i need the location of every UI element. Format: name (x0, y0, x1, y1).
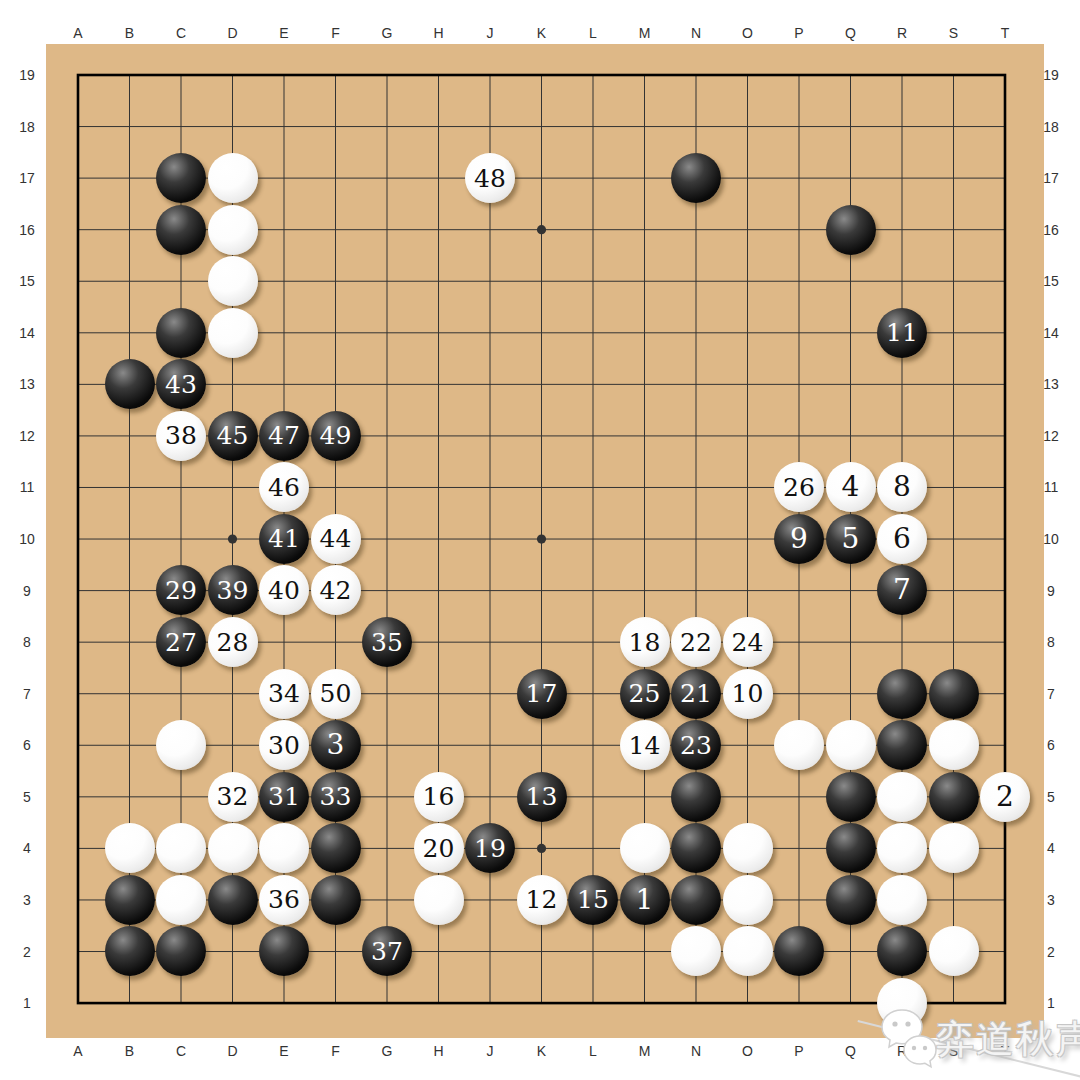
coord-label-right-10: 10 (1034, 531, 1068, 547)
move-number: 21 (680, 681, 712, 706)
stone-white-Q6 (826, 720, 876, 770)
move-number: 43 (165, 372, 197, 397)
stone-black-P2 (774, 926, 824, 976)
stone-white-E3-move-36: 36 (259, 875, 309, 925)
coord-label-left-9: 9 (10, 583, 44, 599)
coord-label-left-11: 11 (10, 479, 44, 495)
coord-label-top-M: M (619, 25, 671, 41)
move-number: 35 (371, 630, 403, 655)
stone-black-D9-move-39: 39 (208, 565, 258, 615)
coord-label-bottom-O: O (722, 1043, 774, 1059)
coord-label-bottom-G: G (361, 1043, 413, 1059)
move-number: 5 (842, 525, 860, 553)
coord-label-right-13: 13 (1034, 376, 1068, 392)
coord-label-left-3: 3 (10, 892, 44, 908)
stone-black-B2 (105, 926, 155, 976)
stone-white-O8-move-24: 24 (723, 617, 773, 667)
move-number: 41 (268, 526, 300, 551)
stone-black-R14-move-11: 11 (877, 308, 927, 358)
stone-black-N6-move-23: 23 (671, 720, 721, 770)
coord-label-left-12: 12 (10, 428, 44, 444)
move-number: 18 (629, 630, 661, 655)
stone-black-R9-move-7: 7 (877, 565, 927, 615)
coord-label-top-T: T (979, 25, 1031, 41)
coord-label-right-17: 17 (1034, 170, 1068, 186)
move-number: 10 (732, 681, 764, 706)
move-number: 17 (526, 681, 558, 706)
stone-white-C3 (156, 875, 206, 925)
stone-white-D14 (208, 308, 258, 358)
coord-label-right-12: 12 (1034, 428, 1068, 444)
move-number: 30 (268, 733, 300, 758)
stone-black-Q3 (826, 875, 876, 925)
stone-black-N17 (671, 153, 721, 203)
stone-black-F6-move-3: 3 (311, 720, 361, 770)
stone-black-B13 (105, 359, 155, 409)
coord-label-bottom-K: K (516, 1043, 568, 1059)
coord-label-right-19: 19 (1034, 67, 1068, 83)
move-number: 33 (320, 784, 352, 809)
coord-label-bottom-P: P (773, 1043, 825, 1059)
move-number: 11 (886, 320, 918, 345)
coord-label-right-11: 11 (1034, 479, 1068, 495)
coord-label-top-A: A (52, 25, 104, 41)
move-number: 24 (732, 630, 764, 655)
stone-white-E6-move-30: 30 (259, 720, 309, 770)
move-number: 12 (526, 887, 558, 912)
coord-label-top-K: K (516, 25, 568, 41)
move-number: 38 (165, 423, 197, 448)
stone-white-E4 (259, 823, 309, 873)
coord-label-bottom-N: N (670, 1043, 722, 1059)
stone-white-M4 (620, 823, 670, 873)
move-number: 2 (996, 783, 1014, 811)
stone-black-E12-move-47: 47 (259, 411, 309, 461)
coord-label-right-14: 14 (1034, 325, 1068, 341)
coord-label-bottom-J: J (464, 1043, 516, 1059)
stone-black-D12-move-45: 45 (208, 411, 258, 461)
stone-white-D16 (208, 205, 258, 255)
stone-white-E9-move-40: 40 (259, 565, 309, 615)
move-number: 31 (268, 784, 300, 809)
coord-label-left-14: 14 (10, 325, 44, 341)
stone-white-C4 (156, 823, 206, 873)
stone-black-F5-move-33: 33 (311, 772, 361, 822)
coord-label-right-7: 7 (1034, 686, 1068, 702)
move-number: 20 (423, 836, 455, 861)
stone-black-N4 (671, 823, 721, 873)
coord-label-top-S: S (928, 25, 980, 41)
coord-label-right-2: 2 (1034, 944, 1068, 960)
stone-white-R3 (877, 875, 927, 925)
move-number: 19 (474, 836, 506, 861)
coord-label-bottom-H: H (413, 1043, 465, 1059)
move-number: 13 (526, 784, 558, 809)
move-number: 22 (680, 630, 712, 655)
move-number: 45 (217, 423, 249, 448)
stone-black-K5-move-13: 13 (517, 772, 567, 822)
stone-white-F9-move-42: 42 (311, 565, 361, 615)
coord-label-right-16: 16 (1034, 222, 1068, 238)
stone-white-S6 (929, 720, 979, 770)
coord-label-top-J: J (464, 25, 516, 41)
coord-label-bottom-A: A (52, 1043, 104, 1059)
move-number: 3 (327, 731, 345, 759)
stone-black-Q5 (826, 772, 876, 822)
coord-label-left-4: 4 (10, 840, 44, 856)
move-number: 23 (680, 733, 712, 758)
coord-label-bottom-B: B (104, 1043, 156, 1059)
stone-black-M3-move-1: 1 (620, 875, 670, 925)
stone-white-M8-move-18: 18 (620, 617, 670, 667)
stone-black-C9-move-29: 29 (156, 565, 206, 615)
stone-black-P10-move-9: 9 (774, 514, 824, 564)
coord-label-top-Q: Q (825, 25, 877, 41)
stone-white-H3 (414, 875, 464, 925)
stone-black-E2 (259, 926, 309, 976)
stone-white-M6-move-14: 14 (620, 720, 670, 770)
coord-label-left-18: 18 (10, 119, 44, 135)
stone-white-R4 (877, 823, 927, 873)
stone-white-O7-move-10: 10 (723, 669, 773, 719)
stone-white-S2 (929, 926, 979, 976)
coord-label-top-C: C (155, 25, 207, 41)
wechat-icon (880, 1008, 938, 1074)
stone-black-E10-move-41: 41 (259, 514, 309, 564)
stone-white-K3-move-12: 12 (517, 875, 567, 925)
coord-label-bottom-F: F (310, 1043, 362, 1059)
coord-label-right-6: 6 (1034, 737, 1068, 753)
coord-label-top-B: B (104, 25, 156, 41)
stone-black-G2-move-37: 37 (362, 926, 412, 976)
watermark: 弈道秋声 (880, 1000, 1080, 1080)
coord-label-bottom-D: D (207, 1043, 259, 1059)
move-number: 50 (320, 681, 352, 706)
stone-black-M7-move-25: 25 (620, 669, 670, 719)
stone-black-N5 (671, 772, 721, 822)
stone-black-R6 (877, 720, 927, 770)
stone-black-F3 (311, 875, 361, 925)
stone-white-F7-move-50: 50 (311, 669, 361, 719)
coord-label-right-4: 4 (1034, 840, 1068, 856)
stone-black-L3-move-15: 15 (568, 875, 618, 925)
stone-black-C17 (156, 153, 206, 203)
stone-black-S7 (929, 669, 979, 719)
stone-black-Q10-move-5: 5 (826, 514, 876, 564)
coord-label-top-O: O (722, 25, 774, 41)
stones-layer: 4811433845474946264841449562939404272728… (52, 49, 1031, 1028)
coord-label-left-7: 7 (10, 686, 44, 702)
stone-white-S4 (929, 823, 979, 873)
move-number: 1 (636, 886, 654, 914)
move-number: 42 (320, 578, 352, 603)
stone-black-Q4 (826, 823, 876, 873)
move-number: 26 (783, 475, 815, 500)
coord-label-left-1: 1 (10, 995, 44, 1011)
move-number: 6 (893, 525, 911, 553)
move-number: 34 (268, 681, 300, 706)
stone-white-C6 (156, 720, 206, 770)
move-number: 7 (893, 576, 911, 604)
coord-label-top-E: E (258, 25, 310, 41)
move-number: 47 (268, 423, 300, 448)
move-number: 9 (790, 525, 808, 553)
stone-black-J4-move-19: 19 (465, 823, 515, 873)
coord-label-bottom-M: M (619, 1043, 671, 1059)
stone-white-D15 (208, 256, 258, 306)
stone-black-C2 (156, 926, 206, 976)
stone-white-O3 (723, 875, 773, 925)
stone-white-D17 (208, 153, 258, 203)
move-number: 27 (165, 630, 197, 655)
coord-label-left-6: 6 (10, 737, 44, 753)
stone-black-K7-move-17: 17 (517, 669, 567, 719)
watermark-text: 弈道秋声 (936, 1014, 1080, 1065)
coord-label-top-H: H (413, 25, 465, 41)
move-number: 37 (371, 939, 403, 964)
coord-label-top-N: N (670, 25, 722, 41)
coord-label-top-L: L (567, 25, 619, 41)
stone-black-G8-move-35: 35 (362, 617, 412, 667)
coord-label-right-15: 15 (1034, 273, 1068, 289)
stone-white-N2 (671, 926, 721, 976)
coord-label-left-19: 19 (10, 67, 44, 83)
coord-label-left-10: 10 (10, 531, 44, 547)
coord-label-left-17: 17 (10, 170, 44, 186)
stone-white-R11-move-8: 8 (877, 462, 927, 512)
stone-white-C12-move-38: 38 (156, 411, 206, 461)
coord-label-left-8: 8 (10, 634, 44, 650)
stone-white-O4 (723, 823, 773, 873)
stone-white-T5-move-2: 2 (980, 772, 1030, 822)
stone-black-C13-move-43: 43 (156, 359, 206, 409)
stone-white-J17-move-48: 48 (465, 153, 515, 203)
coord-label-bottom-Q: Q (825, 1043, 877, 1059)
stone-white-B4 (105, 823, 155, 873)
coord-label-top-F: F (310, 25, 362, 41)
stone-black-E5-move-31: 31 (259, 772, 309, 822)
go-diagram-page: AABBCCDDEEFFGGHHJJKKLLMMNNOOPPQQRRSSTT19… (0, 0, 1080, 1080)
coord-label-bottom-L: L (567, 1043, 619, 1059)
move-number: 25 (629, 681, 661, 706)
stone-white-R10-move-6: 6 (877, 514, 927, 564)
move-number: 49 (320, 423, 352, 448)
move-number: 32 (217, 784, 249, 809)
coord-label-right-18: 18 (1034, 119, 1068, 135)
stone-white-D5-move-32: 32 (208, 772, 258, 822)
stone-white-N8-move-22: 22 (671, 617, 721, 667)
stone-white-O2 (723, 926, 773, 976)
stone-black-N3 (671, 875, 721, 925)
stone-white-F10-move-44: 44 (311, 514, 361, 564)
move-number: 39 (217, 578, 249, 603)
stone-white-H4-move-20: 20 (414, 823, 464, 873)
stone-white-E7-move-34: 34 (259, 669, 309, 719)
stone-black-C14 (156, 308, 206, 358)
move-number: 40 (268, 578, 300, 603)
move-number: 28 (217, 630, 249, 655)
coord-label-right-3: 3 (1034, 892, 1068, 908)
coord-label-bottom-C: C (155, 1043, 207, 1059)
coord-label-top-D: D (207, 25, 259, 41)
stone-black-R7 (877, 669, 927, 719)
coord-label-right-5: 5 (1034, 789, 1068, 805)
stone-white-D8-move-28: 28 (208, 617, 258, 667)
stone-black-N7-move-21: 21 (671, 669, 721, 719)
coord-label-right-9: 9 (1034, 583, 1068, 599)
move-number: 4 (842, 473, 860, 501)
stone-white-P11-move-26: 26 (774, 462, 824, 512)
move-number: 48 (474, 166, 506, 191)
move-number: 36 (268, 887, 300, 912)
stone-black-Q16 (826, 205, 876, 255)
coord-label-top-G: G (361, 25, 413, 41)
coord-label-right-8: 8 (1034, 634, 1068, 650)
move-number: 44 (320, 526, 352, 551)
move-number: 16 (423, 784, 455, 809)
stone-white-R5 (877, 772, 927, 822)
move-number: 8 (893, 473, 911, 501)
stone-black-F12-move-49: 49 (311, 411, 361, 461)
stone-black-D3 (208, 875, 258, 925)
stone-black-R2 (877, 926, 927, 976)
coord-label-left-5: 5 (10, 789, 44, 805)
coord-label-top-P: P (773, 25, 825, 41)
move-number: 15 (577, 887, 609, 912)
stone-white-P6 (774, 720, 824, 770)
coord-label-top-R: R (876, 25, 928, 41)
stone-black-C16 (156, 205, 206, 255)
move-number: 46 (268, 475, 300, 500)
move-number: 29 (165, 578, 197, 603)
move-number: 14 (629, 733, 661, 758)
stone-black-S5 (929, 772, 979, 822)
stone-white-E11-move-46: 46 (259, 462, 309, 512)
stone-white-D4 (208, 823, 258, 873)
stone-black-C8-move-27: 27 (156, 617, 206, 667)
stone-white-Q11-move-4: 4 (826, 462, 876, 512)
coord-label-left-15: 15 (10, 273, 44, 289)
stone-black-F4 (311, 823, 361, 873)
coord-label-left-2: 2 (10, 944, 44, 960)
coord-label-left-13: 13 (10, 376, 44, 392)
stone-white-H5-move-16: 16 (414, 772, 464, 822)
stone-black-B3 (105, 875, 155, 925)
coord-label-left-16: 16 (10, 222, 44, 238)
coord-label-bottom-E: E (258, 1043, 310, 1059)
